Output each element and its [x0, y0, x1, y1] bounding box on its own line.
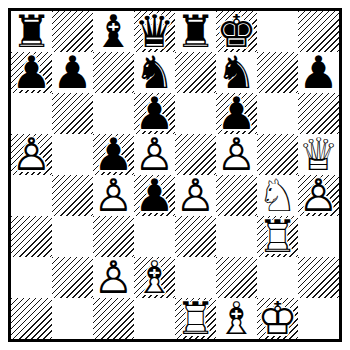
white-pawn[interactable]: ♟♙	[216, 134, 257, 175]
square-h4[interactable]: ♟♙	[298, 175, 339, 216]
square-e8[interactable]: ♜	[175, 11, 216, 52]
white-bishop[interactable]: ♝♗	[216, 298, 257, 339]
white-rook[interactable]: ♜♖	[175, 298, 216, 339]
piece-solid-layer: ♟	[298, 52, 339, 93]
square-a5[interactable]: ♟♙	[11, 134, 52, 175]
square-c2[interactable]: ♟♙	[93, 257, 134, 298]
square-d4[interactable]: ♟	[134, 175, 175, 216]
chess-diagram: ♜♝♛♜♚♟♟♞♞♟♟♟♟♙♟♟♙♟♙♛♕♟♙♟♟♙♞♘♟♙♜♖♟♙♝♗♜♖♝♗…	[0, 0, 350, 350]
square-e3[interactable]	[175, 216, 216, 257]
square-a3[interactable]	[11, 216, 52, 257]
square-c8[interactable]: ♝	[93, 11, 134, 52]
square-a1[interactable]	[11, 298, 52, 339]
piece-solid-layer: ♟	[11, 52, 52, 93]
black-pawn[interactable]: ♟	[52, 52, 93, 93]
square-g1[interactable]: ♚♔	[257, 298, 298, 339]
white-king[interactable]: ♚♔	[257, 298, 298, 339]
piece-outline-layer: ♔	[257, 298, 298, 339]
square-d2[interactable]: ♝♗	[134, 257, 175, 298]
white-pawn[interactable]: ♟♙	[93, 257, 134, 298]
piece-outline-layer: ♙	[175, 175, 216, 216]
white-rook[interactable]: ♜♖	[257, 216, 298, 257]
square-f3[interactable]	[216, 216, 257, 257]
square-a7[interactable]: ♟	[11, 52, 52, 93]
white-pawn[interactable]: ♟♙	[11, 134, 52, 175]
white-bishop[interactable]: ♝♗	[134, 257, 175, 298]
piece-outline-layer: ♙	[11, 134, 52, 175]
square-b7[interactable]: ♟	[52, 52, 93, 93]
square-a4[interactable]	[11, 175, 52, 216]
square-b4[interactable]	[52, 175, 93, 216]
square-e7[interactable]	[175, 52, 216, 93]
square-g8[interactable]	[257, 11, 298, 52]
square-c7[interactable]	[93, 52, 134, 93]
piece-solid-layer: ♟	[134, 175, 175, 216]
square-e4[interactable]: ♟♙	[175, 175, 216, 216]
piece-solid-layer: ♟	[52, 52, 93, 93]
square-d1[interactable]	[134, 298, 175, 339]
square-h3[interactable]	[298, 216, 339, 257]
square-b5[interactable]	[52, 134, 93, 175]
square-b6[interactable]	[52, 93, 93, 134]
square-c4[interactable]: ♟♙	[93, 175, 134, 216]
piece-outline-layer: ♙	[298, 175, 339, 216]
piece-outline-layer: ♖	[257, 216, 298, 257]
white-pawn[interactable]: ♟♙	[93, 175, 134, 216]
square-g3[interactable]: ♜♖	[257, 216, 298, 257]
black-pawn[interactable]: ♟	[298, 52, 339, 93]
square-h2[interactable]	[298, 257, 339, 298]
square-f1[interactable]: ♝♗	[216, 298, 257, 339]
square-h7[interactable]: ♟	[298, 52, 339, 93]
white-pawn[interactable]: ♟♙	[298, 175, 339, 216]
piece-solid-layer: ♝	[93, 11, 134, 52]
black-rook[interactable]: ♜	[175, 11, 216, 52]
piece-outline-layer: ♙	[216, 134, 257, 175]
piece-outline-layer: ♙	[93, 257, 134, 298]
black-pawn[interactable]: ♟	[134, 175, 175, 216]
black-bishop[interactable]: ♝	[93, 11, 134, 52]
square-h1[interactable]	[298, 298, 339, 339]
piece-solid-layer: ♜	[175, 11, 216, 52]
piece-outline-layer: ♙	[93, 175, 134, 216]
square-f4[interactable]	[216, 175, 257, 216]
square-e6[interactable]	[175, 93, 216, 134]
piece-outline-layer: ♗	[134, 257, 175, 298]
square-c1[interactable]	[93, 298, 134, 339]
square-g6[interactable]	[257, 93, 298, 134]
square-b1[interactable]	[52, 298, 93, 339]
square-f5[interactable]: ♟♙	[216, 134, 257, 175]
piece-outline-layer: ♖	[175, 298, 216, 339]
square-b3[interactable]	[52, 216, 93, 257]
black-pawn[interactable]: ♟	[11, 52, 52, 93]
square-e1[interactable]: ♜♖	[175, 298, 216, 339]
square-a2[interactable]	[11, 257, 52, 298]
square-g7[interactable]	[257, 52, 298, 93]
piece-outline-layer: ♗	[216, 298, 257, 339]
square-b2[interactable]	[52, 257, 93, 298]
white-pawn[interactable]: ♟♙	[175, 175, 216, 216]
chess-board: ♜♝♛♜♚♟♟♞♞♟♟♟♟♙♟♟♙♟♙♛♕♟♙♟♟♙♞♘♟♙♜♖♟♙♝♗♜♖♝♗…	[8, 8, 342, 342]
